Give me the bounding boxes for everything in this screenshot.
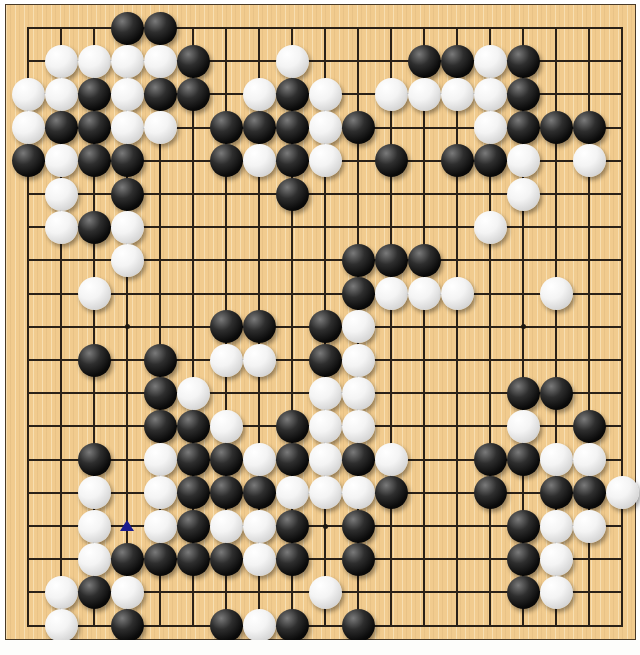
white-stone[interactable] <box>45 45 78 78</box>
white-stone[interactable] <box>507 144 540 177</box>
white-stone[interactable] <box>309 576 342 609</box>
white-stone[interactable] <box>408 277 441 310</box>
black-stone[interactable] <box>276 510 309 543</box>
black-stone[interactable] <box>507 45 540 78</box>
white-stone[interactable] <box>111 45 144 78</box>
black-stone[interactable] <box>177 45 210 78</box>
white-stone[interactable] <box>573 510 606 543</box>
black-stone[interactable] <box>375 476 408 509</box>
white-stone[interactable] <box>111 111 144 144</box>
black-stone[interactable] <box>342 244 375 277</box>
black-stone[interactable] <box>276 609 309 642</box>
white-stone[interactable] <box>45 211 78 244</box>
black-stone[interactable] <box>243 310 276 343</box>
black-stone[interactable] <box>507 111 540 144</box>
white-stone[interactable] <box>309 377 342 410</box>
black-stone[interactable] <box>210 476 243 509</box>
star-point <box>125 324 130 329</box>
black-stone[interactable] <box>144 377 177 410</box>
white-stone[interactable] <box>309 111 342 144</box>
black-stone[interactable] <box>210 543 243 576</box>
white-stone[interactable] <box>12 111 45 144</box>
white-stone[interactable] <box>111 244 144 277</box>
black-stone[interactable] <box>408 45 441 78</box>
black-stone[interactable] <box>408 244 441 277</box>
white-stone[interactable] <box>210 410 243 443</box>
white-stone[interactable] <box>243 510 276 543</box>
white-stone[interactable] <box>111 576 144 609</box>
black-stone[interactable] <box>276 410 309 443</box>
white-stone[interactable] <box>540 510 573 543</box>
white-stone[interactable] <box>243 344 276 377</box>
white-stone[interactable] <box>474 211 507 244</box>
white-stone[interactable] <box>78 510 111 543</box>
white-stone[interactable] <box>210 344 243 377</box>
white-stone[interactable] <box>78 543 111 576</box>
black-stone[interactable] <box>342 609 375 642</box>
black-stone[interactable] <box>573 476 606 509</box>
black-stone[interactable] <box>111 609 144 642</box>
white-stone[interactable] <box>144 45 177 78</box>
black-stone[interactable] <box>540 377 573 410</box>
white-stone[interactable] <box>441 277 474 310</box>
black-stone[interactable] <box>12 144 45 177</box>
black-stone[interactable] <box>276 178 309 211</box>
white-stone[interactable] <box>408 78 441 111</box>
white-stone[interactable] <box>276 45 309 78</box>
white-stone[interactable] <box>441 78 474 111</box>
black-stone[interactable] <box>210 443 243 476</box>
black-stone[interactable] <box>78 443 111 476</box>
white-stone[interactable] <box>375 78 408 111</box>
white-stone[interactable] <box>573 144 606 177</box>
black-stone[interactable] <box>375 144 408 177</box>
white-stone[interactable] <box>540 443 573 476</box>
black-stone[interactable] <box>474 443 507 476</box>
grid-line <box>390 27 392 627</box>
white-stone[interactable] <box>144 476 177 509</box>
white-stone[interactable] <box>309 476 342 509</box>
black-stone[interactable] <box>144 78 177 111</box>
white-stone[interactable] <box>606 476 639 509</box>
white-stone[interactable] <box>78 277 111 310</box>
white-stone[interactable] <box>45 144 78 177</box>
white-stone[interactable] <box>309 78 342 111</box>
black-stone[interactable] <box>210 111 243 144</box>
black-stone[interactable] <box>276 144 309 177</box>
black-stone[interactable] <box>111 12 144 45</box>
white-stone[interactable] <box>540 576 573 609</box>
white-stone[interactable] <box>78 476 111 509</box>
white-stone[interactable] <box>375 277 408 310</box>
white-stone[interactable] <box>276 476 309 509</box>
white-stone[interactable] <box>540 277 573 310</box>
white-stone[interactable] <box>474 45 507 78</box>
white-stone[interactable] <box>342 310 375 343</box>
black-stone[interactable] <box>342 543 375 576</box>
grid-line <box>456 27 458 627</box>
black-stone[interactable] <box>45 111 78 144</box>
black-stone[interactable] <box>474 144 507 177</box>
black-stone[interactable] <box>177 543 210 576</box>
white-stone[interactable] <box>342 410 375 443</box>
black-stone[interactable] <box>177 510 210 543</box>
white-stone[interactable] <box>111 78 144 111</box>
black-stone[interactable] <box>309 310 342 343</box>
white-stone[interactable] <box>243 144 276 177</box>
white-stone[interactable] <box>243 443 276 476</box>
black-stone[interactable] <box>78 211 111 244</box>
black-stone[interactable] <box>507 377 540 410</box>
grid-line <box>621 27 623 627</box>
black-stone[interactable] <box>441 144 474 177</box>
black-stone[interactable] <box>78 111 111 144</box>
white-stone[interactable] <box>177 377 210 410</box>
black-stone[interactable] <box>540 111 573 144</box>
black-stone[interactable] <box>375 244 408 277</box>
white-stone[interactable] <box>144 510 177 543</box>
black-stone[interactable] <box>111 178 144 211</box>
white-stone[interactable] <box>474 78 507 111</box>
black-stone[interactable] <box>210 144 243 177</box>
black-stone[interactable] <box>177 443 210 476</box>
star-point <box>521 324 526 329</box>
black-stone[interactable] <box>276 111 309 144</box>
black-stone[interactable] <box>474 476 507 509</box>
white-stone[interactable] <box>12 78 45 111</box>
white-stone[interactable] <box>45 178 78 211</box>
black-stone[interactable] <box>78 78 111 111</box>
black-stone[interactable] <box>507 510 540 543</box>
black-stone[interactable] <box>177 410 210 443</box>
star-point <box>323 524 328 529</box>
white-stone[interactable] <box>309 443 342 476</box>
white-stone[interactable] <box>309 410 342 443</box>
black-stone[interactable] <box>144 410 177 443</box>
white-stone[interactable] <box>144 443 177 476</box>
white-stone[interactable] <box>573 443 606 476</box>
white-stone[interactable] <box>45 576 78 609</box>
white-stone[interactable] <box>342 344 375 377</box>
white-stone[interactable] <box>45 78 78 111</box>
page-background <box>0 0 640 655</box>
white-stone[interactable] <box>243 78 276 111</box>
black-stone[interactable] <box>276 543 309 576</box>
white-stone[interactable] <box>342 377 375 410</box>
white-stone[interactable] <box>111 211 144 244</box>
white-stone[interactable] <box>243 543 276 576</box>
black-stone[interactable] <box>210 609 243 642</box>
black-stone[interactable] <box>210 310 243 343</box>
black-stone[interactable] <box>78 144 111 177</box>
page-bottom-margin <box>0 640 640 655</box>
black-stone[interactable] <box>243 476 276 509</box>
black-stone[interactable] <box>507 443 540 476</box>
go-board[interactable] <box>5 4 636 640</box>
white-stone[interactable] <box>78 45 111 78</box>
black-stone[interactable] <box>144 543 177 576</box>
white-stone[interactable] <box>540 543 573 576</box>
white-stone[interactable] <box>507 178 540 211</box>
black-stone[interactable] <box>507 78 540 111</box>
black-stone[interactable] <box>342 510 375 543</box>
white-stone[interactable] <box>210 510 243 543</box>
black-stone[interactable] <box>177 78 210 111</box>
triangle-marker-icon <box>120 520 134 531</box>
black-stone[interactable] <box>507 576 540 609</box>
black-stone[interactable] <box>144 344 177 377</box>
black-stone[interactable] <box>573 410 606 443</box>
black-stone[interactable] <box>309 344 342 377</box>
black-stone[interactable] <box>276 443 309 476</box>
white-stone[interactable] <box>342 476 375 509</box>
black-stone[interactable] <box>441 45 474 78</box>
white-stone[interactable] <box>45 609 78 642</box>
black-stone[interactable] <box>342 443 375 476</box>
black-stone[interactable] <box>78 576 111 609</box>
black-stone[interactable] <box>540 476 573 509</box>
black-stone[interactable] <box>342 277 375 310</box>
white-stone[interactable] <box>375 443 408 476</box>
black-stone[interactable] <box>573 111 606 144</box>
black-stone[interactable] <box>111 144 144 177</box>
black-stone[interactable] <box>507 543 540 576</box>
black-stone[interactable] <box>342 111 375 144</box>
white-stone[interactable] <box>243 609 276 642</box>
black-stone[interactable] <box>78 344 111 377</box>
black-stone[interactable] <box>276 78 309 111</box>
white-stone[interactable] <box>507 410 540 443</box>
black-stone[interactable] <box>111 543 144 576</box>
white-stone[interactable] <box>309 144 342 177</box>
grid-line <box>423 27 425 627</box>
white-stone[interactable] <box>474 111 507 144</box>
black-stone[interactable] <box>144 12 177 45</box>
white-stone[interactable] <box>144 111 177 144</box>
black-stone[interactable] <box>177 476 210 509</box>
black-stone[interactable] <box>243 111 276 144</box>
